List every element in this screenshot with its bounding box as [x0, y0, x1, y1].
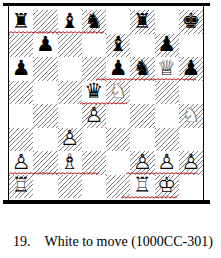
piece-white-queen-g6: ♛♕: [155, 57, 179, 81]
piece-black-rook-a8: ♜: [9, 10, 33, 34]
piece-black-knight-f6: ♞: [130, 57, 154, 81]
square-h5: [179, 81, 203, 105]
square-d4: ♟♙: [82, 104, 106, 128]
square-d7: [82, 34, 106, 58]
square-c2: ♝♗: [58, 151, 82, 175]
square-c6: [58, 57, 82, 81]
piece-white-pawn-c3: ♟♙: [58, 128, 82, 152]
square-c8: ♝: [58, 10, 82, 34]
square-a2: ♟♙: [9, 151, 33, 175]
square-h2: ♟♙: [179, 151, 203, 175]
square-a4: [9, 104, 33, 128]
square-b6: [33, 57, 57, 81]
piece-black-pawn-a6: ♟: [9, 57, 33, 81]
square-b8: [33, 10, 57, 34]
square-d1: [82, 175, 106, 199]
square-d6: [82, 57, 106, 81]
square-f4: [130, 104, 154, 128]
piece-black-pawn-h6: ♟: [179, 57, 203, 81]
piece-black-king-h8: ♚: [179, 10, 203, 34]
square-e5: ♞♘: [106, 81, 130, 105]
piece-white-pawn-g2: ♟♙: [155, 151, 179, 175]
diagram-caption: 19.White to move (1000CC-301): [13, 234, 218, 250]
square-h3: [179, 128, 203, 152]
square-h6: ♟: [179, 57, 203, 81]
piece-white-knight-h4: ♞♘: [179, 104, 203, 128]
square-g4: [155, 104, 179, 128]
square-h1: [179, 175, 203, 199]
square-e7: ♝: [106, 34, 130, 58]
piece-white-rook-f1: ♜♖: [130, 175, 154, 199]
square-b7: ♟: [33, 34, 57, 58]
square-g2: ♟♙: [155, 151, 179, 175]
piece-white-pawn-h2: ♟♙: [179, 151, 203, 175]
square-f2: ♟♙: [130, 151, 154, 175]
square-c4: [58, 104, 82, 128]
piece-white-pawn-a2: ♟♙: [9, 151, 33, 175]
square-e2: [106, 151, 130, 175]
square-e6: ♟: [106, 57, 130, 81]
board-frame-top: [3, 3, 210, 6]
square-a6: ♟: [9, 57, 33, 81]
square-b3: [33, 128, 57, 152]
square-b5: [33, 81, 57, 105]
square-d2: [82, 151, 106, 175]
square-g6: ♛♕: [155, 57, 179, 81]
square-f1: ♜♖: [130, 175, 154, 199]
piece-white-king-g1: ♚♔: [155, 175, 179, 199]
square-a1: ♜♖: [9, 175, 33, 199]
chess-board: ♜♝♞♜♚♟♝♟♟♟♞♛♕♟♛♞♘♟♙♞♘♟♙♟♙♝♗♟♙♟♙♟♙♜♖♜♖♚♔: [9, 10, 203, 198]
square-e3: [106, 128, 130, 152]
square-g5: [155, 81, 179, 105]
square-a5: [9, 81, 33, 105]
square-g8: [155, 10, 179, 34]
piece-black-pawn-g7: ♟: [155, 34, 179, 58]
piece-white-pawn-f2: ♟♙: [130, 151, 154, 175]
square-b2: [33, 151, 57, 175]
piece-black-pawn-b7: ♟: [33, 34, 57, 58]
piece-white-pawn-d4: ♟♙: [82, 104, 106, 128]
square-f6: ♞: [130, 57, 154, 81]
square-c5: [58, 81, 82, 105]
piece-white-knight-e5: ♞♘: [106, 81, 130, 105]
board-frame-bottom: [3, 200, 210, 204]
square-d5: ♛: [82, 81, 106, 105]
square-b4: [33, 104, 57, 128]
diagram-number: 19.: [13, 234, 31, 250]
square-c1: [58, 175, 82, 199]
board-frame-right: [203, 6, 204, 200]
square-f8: ♜: [130, 10, 154, 34]
square-c7: [58, 34, 82, 58]
square-c3: ♟♙: [58, 128, 82, 152]
square-a8: ♜: [9, 10, 33, 34]
square-e1: [106, 175, 130, 199]
square-e8: [106, 10, 130, 34]
piece-white-bishop-c2: ♝♗: [58, 151, 82, 175]
square-g1: ♚♔: [155, 175, 179, 199]
square-b1: [33, 175, 57, 199]
caption-text: White to move (1000CC-301): [45, 234, 213, 249]
square-d8: ♞: [82, 10, 106, 34]
square-h4: ♞♘: [179, 104, 203, 128]
square-f5: [130, 81, 154, 105]
piece-black-bishop-e7: ♝: [106, 34, 130, 58]
square-g7: ♟: [155, 34, 179, 58]
piece-white-rook-a1: ♜♖: [9, 175, 33, 199]
square-h7: [179, 34, 203, 58]
piece-black-knight-d8: ♞: [82, 10, 106, 34]
square-g3: [155, 128, 179, 152]
piece-black-bishop-c8: ♝: [58, 10, 82, 34]
square-d3: [82, 128, 106, 152]
square-f3: [130, 128, 154, 152]
square-f7: [130, 34, 154, 58]
piece-black-rook-f8: ♜: [130, 10, 154, 34]
piece-black-pawn-e6: ♟: [106, 57, 130, 81]
piece-black-queen-d5: ♛: [82, 81, 106, 105]
square-h8: ♚: [179, 10, 203, 34]
square-a7: [9, 34, 33, 58]
square-e4: [106, 104, 130, 128]
square-a3: [9, 128, 33, 152]
